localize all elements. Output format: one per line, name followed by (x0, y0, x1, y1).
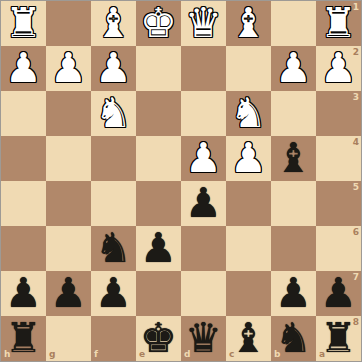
piece-white-pawn[interactable]: ♟ (320, 48, 357, 89)
square-c5[interactable] (226, 181, 271, 226)
piece-black-rook[interactable]: ♜ (320, 318, 357, 359)
square-d4[interactable]: ♟ (181, 136, 226, 181)
square-f4[interactable] (91, 136, 136, 181)
piece-white-knight[interactable]: ♞ (95, 93, 132, 134)
piece-black-pawn[interactable]: ♟ (95, 273, 132, 314)
square-a7[interactable]: ♟7 (316, 271, 361, 316)
piece-white-queen[interactable]: ♛ (185, 3, 222, 44)
square-g7[interactable]: ♟ (46, 271, 91, 316)
piece-white-rook[interactable]: ♜ (5, 3, 42, 44)
square-h6[interactable] (1, 226, 46, 271)
square-c2[interactable] (226, 46, 271, 91)
rank-label-6: 6 (353, 228, 359, 237)
square-g4[interactable] (46, 136, 91, 181)
piece-black-pawn[interactable]: ♟ (320, 273, 357, 314)
square-g6[interactable] (46, 226, 91, 271)
piece-black-pawn[interactable]: ♟ (275, 273, 312, 314)
piece-white-pawn[interactable]: ♟ (275, 48, 312, 89)
square-f2[interactable]: ♟ (91, 46, 136, 91)
square-d6[interactable] (181, 226, 226, 271)
square-a5[interactable]: 5 (316, 181, 361, 226)
square-e7[interactable] (136, 271, 181, 316)
piece-black-king[interactable]: ♚ (140, 318, 177, 359)
piece-white-rook[interactable]: ♜ (320, 3, 357, 44)
piece-white-pawn[interactable]: ♟ (95, 48, 132, 89)
square-d2[interactable] (181, 46, 226, 91)
square-a4[interactable]: 4 (316, 136, 361, 181)
square-f8[interactable]: f (91, 316, 136, 361)
square-h4[interactable] (1, 136, 46, 181)
square-a3[interactable]: 3 (316, 91, 361, 136)
piece-white-pawn[interactable]: ♟ (5, 48, 42, 89)
piece-black-pawn[interactable]: ♟ (5, 273, 42, 314)
square-h8[interactable]: ♜h (1, 316, 46, 361)
square-g5[interactable] (46, 181, 91, 226)
square-g3[interactable] (46, 91, 91, 136)
square-b2[interactable]: ♟ (271, 46, 316, 91)
square-a1[interactable]: ♜1 (316, 1, 361, 46)
square-c8[interactable]: ♝c (226, 316, 271, 361)
square-d1[interactable]: ♛ (181, 1, 226, 46)
piece-white-king[interactable]: ♚ (140, 3, 177, 44)
piece-black-bishop[interactable]: ♝ (230, 318, 267, 359)
square-b7[interactable]: ♟ (271, 271, 316, 316)
square-h1[interactable]: ♜ (1, 1, 46, 46)
square-f6[interactable]: ♞ (91, 226, 136, 271)
square-c3[interactable]: ♞ (226, 91, 271, 136)
square-e4[interactable] (136, 136, 181, 181)
square-e2[interactable] (136, 46, 181, 91)
square-e6[interactable]: ♟ (136, 226, 181, 271)
piece-white-knight[interactable]: ♞ (230, 93, 267, 134)
piece-black-rook[interactable]: ♜ (5, 318, 42, 359)
square-f1[interactable]: ♝ (91, 1, 136, 46)
square-g1[interactable] (46, 1, 91, 46)
file-label-g: g (49, 350, 55, 359)
piece-black-bishop[interactable]: ♝ (275, 138, 312, 179)
piece-black-knight[interactable]: ♞ (95, 228, 132, 269)
square-g2[interactable]: ♟ (46, 46, 91, 91)
square-f7[interactable]: ♟ (91, 271, 136, 316)
chess-board: ♜♝♚♛♝♜1♟♟♟♟♟2♞♞3♟♟♝4♟5♞♟6♟♟♟♟♟7♜hgf♚e♛d♝… (0, 0, 362, 362)
piece-black-pawn[interactable]: ♟ (50, 273, 87, 314)
piece-black-pawn[interactable]: ♟ (185, 183, 222, 224)
square-h7[interactable]: ♟ (1, 271, 46, 316)
square-g8[interactable]: g (46, 316, 91, 361)
square-h3[interactable] (1, 91, 46, 136)
square-f5[interactable] (91, 181, 136, 226)
square-f3[interactable]: ♞ (91, 91, 136, 136)
square-e8[interactable]: ♚e (136, 316, 181, 361)
piece-black-pawn[interactable]: ♟ (140, 228, 177, 269)
square-e3[interactable] (136, 91, 181, 136)
square-c7[interactable] (226, 271, 271, 316)
square-e5[interactable] (136, 181, 181, 226)
square-a8[interactable]: ♜8a (316, 316, 361, 361)
square-e1[interactable]: ♚ (136, 1, 181, 46)
rank-label-3: 3 (353, 93, 359, 102)
square-c1[interactable]: ♝ (226, 1, 271, 46)
square-b1[interactable] (271, 1, 316, 46)
square-d5[interactable]: ♟ (181, 181, 226, 226)
rank-label-5: 5 (353, 183, 359, 192)
square-b8[interactable]: ♞b (271, 316, 316, 361)
file-label-f: f (94, 350, 98, 359)
square-b3[interactable] (271, 91, 316, 136)
square-d8[interactable]: ♛d (181, 316, 226, 361)
square-a6[interactable]: 6 (316, 226, 361, 271)
square-d3[interactable] (181, 91, 226, 136)
piece-black-queen[interactable]: ♛ (185, 318, 222, 359)
square-h2[interactable]: ♟ (1, 46, 46, 91)
piece-white-pawn[interactable]: ♟ (230, 138, 267, 179)
square-h5[interactable] (1, 181, 46, 226)
square-d7[interactable] (181, 271, 226, 316)
piece-white-bishop[interactable]: ♝ (230, 3, 267, 44)
square-c4[interactable]: ♟ (226, 136, 271, 181)
piece-black-knight[interactable]: ♞ (275, 318, 312, 359)
piece-white-bishop[interactable]: ♝ (95, 3, 132, 44)
square-b4[interactable]: ♝ (271, 136, 316, 181)
rank-label-4: 4 (353, 138, 359, 147)
piece-white-pawn[interactable]: ♟ (50, 48, 87, 89)
square-c6[interactable] (226, 226, 271, 271)
square-b6[interactable] (271, 226, 316, 271)
square-b5[interactable] (271, 181, 316, 226)
square-a2[interactable]: ♟2 (316, 46, 361, 91)
piece-white-pawn[interactable]: ♟ (185, 138, 222, 179)
